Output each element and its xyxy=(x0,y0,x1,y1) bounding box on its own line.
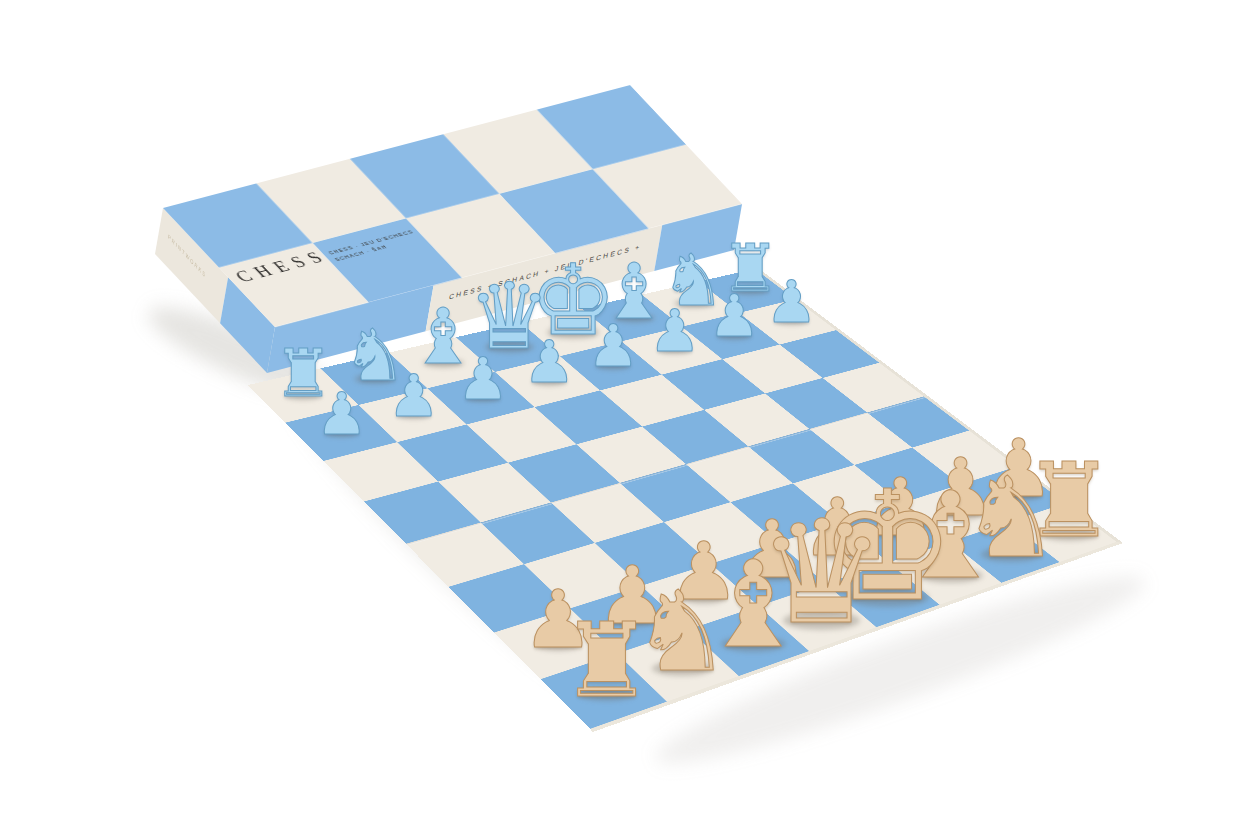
product-photo-scene: CHESS CHESS · JEU D'ECHECS SCHACH · ŠAH … xyxy=(0,0,1260,840)
